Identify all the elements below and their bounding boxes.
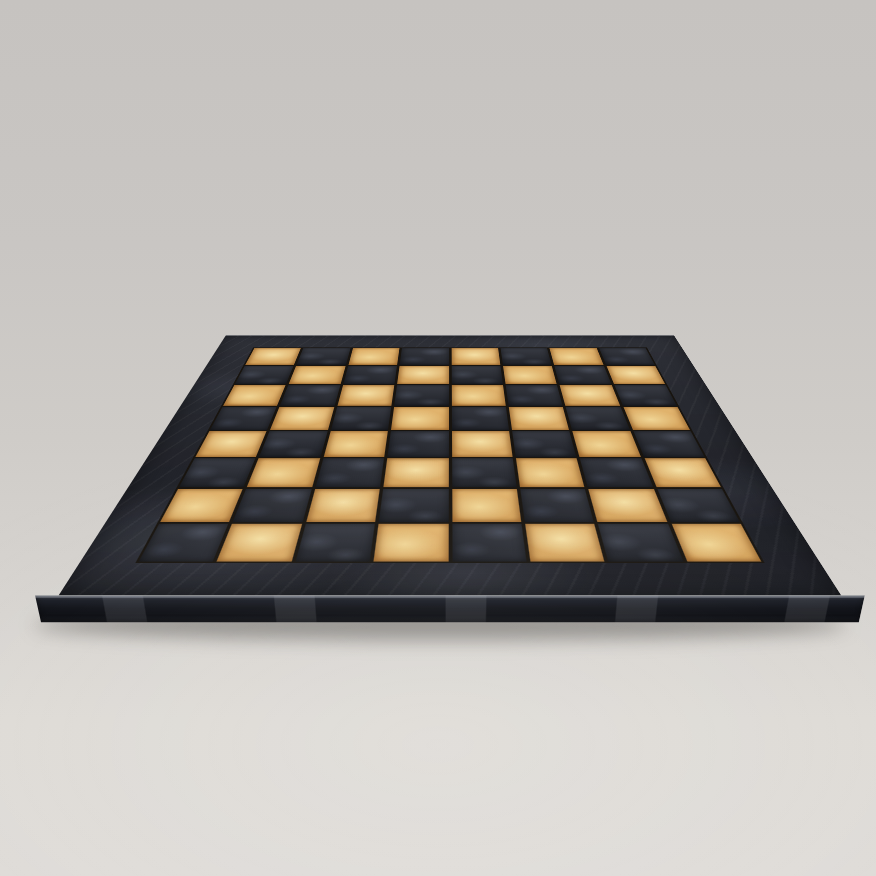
square-a7 [235,366,294,385]
square-b7 [289,366,346,385]
square-g7 [555,366,612,385]
square-d3 [384,458,449,487]
square-e7 [451,366,503,385]
square-h3 [644,458,721,487]
square-h2 [657,489,740,522]
square-e8 [451,348,500,365]
board-front-edge [35,595,865,622]
square-b6 [280,385,340,406]
square-h5 [623,407,690,430]
square-e3 [452,458,517,487]
square-c2 [306,489,380,522]
square-f2 [520,489,594,522]
square-e6 [451,385,505,406]
square-b2 [233,489,311,522]
square-g3 [580,458,653,487]
photo-background [0,0,876,876]
square-a2 [160,489,243,522]
square-f4 [512,431,576,457]
square-g8 [550,348,604,365]
square-f3 [516,458,585,487]
square-e1 [452,524,527,562]
square-g6 [560,385,620,406]
square-b4 [260,431,328,457]
square-b8 [297,348,351,365]
square-h1 [671,524,761,562]
square-e2 [452,489,521,522]
square-c8 [348,348,399,365]
square-e4 [452,431,513,457]
chessboard [59,335,842,595]
square-h8 [599,348,655,365]
square-a1 [139,524,229,562]
square-c4 [324,431,388,457]
square-a4 [196,431,267,457]
square-f7 [503,366,557,385]
square-b1 [217,524,302,562]
square-b3 [247,458,320,487]
board-frame [59,335,842,595]
square-c3 [315,458,384,487]
square-d5 [391,407,448,430]
board-squares [135,347,764,563]
square-c1 [295,524,375,562]
square-f5 [509,407,570,430]
square-g5 [566,407,630,430]
square-c5 [331,407,392,430]
square-d2 [379,489,448,522]
square-d6 [394,385,448,406]
square-d1 [374,524,449,562]
square-e5 [451,407,508,430]
square-a5 [210,407,277,430]
square-a8 [245,348,301,365]
square-a3 [179,458,256,487]
board-scene [165,145,735,715]
square-c6 [337,385,394,406]
square-f6 [506,385,563,406]
square-d8 [400,348,449,365]
square-h4 [633,431,704,457]
square-g2 [588,489,666,522]
square-d7 [397,366,449,385]
square-c7 [343,366,397,385]
square-a6 [223,385,286,406]
square-b5 [270,407,334,430]
square-h7 [606,366,665,385]
square-h6 [614,385,677,406]
square-d4 [388,431,449,457]
square-f8 [500,348,551,365]
square-g4 [573,431,641,457]
square-g1 [598,524,683,562]
square-f1 [525,524,605,562]
